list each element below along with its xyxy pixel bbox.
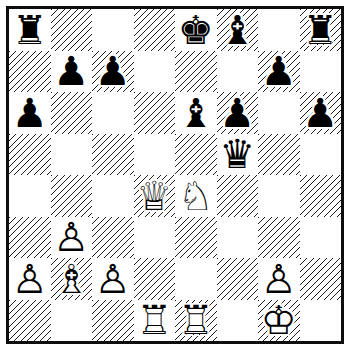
- black-pawn-c7: ♟♟: [92, 51, 134, 93]
- black-queen-f5: ♛♛: [217, 134, 259, 176]
- white-king-g1: ♚♔: [258, 300, 300, 342]
- square-g2: ♟♙: [258, 258, 300, 300]
- square-c4: [92, 175, 134, 217]
- square-b5: [51, 134, 93, 176]
- white-bishop-b2: ♝♗: [51, 258, 93, 300]
- white-pawn-b3: ♟♙: [51, 217, 93, 259]
- square-a6: ♟♟: [9, 92, 51, 134]
- square-h1: [300, 300, 342, 342]
- black-king-e8: ♚♚: [175, 9, 217, 51]
- square-a4: [9, 175, 51, 217]
- square-f7: [217, 51, 259, 93]
- piece-glyph: ♖: [175, 300, 217, 342]
- white-rook-e1: ♜♖: [175, 300, 217, 342]
- square-f4: [217, 175, 259, 217]
- square-d3: [134, 217, 176, 259]
- piece-glyph: ♟: [217, 92, 259, 134]
- square-a1: [9, 300, 51, 342]
- piece-glyph: ♟: [9, 92, 51, 134]
- square-a7: [9, 51, 51, 93]
- piece-glyph: ♘: [175, 175, 217, 217]
- square-a8: ♜♜: [9, 9, 51, 51]
- square-h4: [300, 175, 342, 217]
- square-d4: ♛♕: [134, 175, 176, 217]
- black-bishop-e6: ♝♝: [175, 92, 217, 134]
- square-b3: ♟♙: [51, 217, 93, 259]
- square-h6: ♟♟: [300, 92, 342, 134]
- square-e3: [175, 217, 217, 259]
- square-e5: [175, 134, 217, 176]
- square-b1: [51, 300, 93, 342]
- square-h3: [300, 217, 342, 259]
- square-a3: [9, 217, 51, 259]
- board-frame: ♜♜♚♚♝♝♜♜♟♟♟♟♟♟♟♟♝♝♟♟♟♟♛♛♛♕♞♘♟♙♟♙♝♗♟♙♟♙♜♖…: [6, 6, 344, 344]
- black-pawn-g7: ♟♟: [258, 51, 300, 93]
- square-a2: ♟♙: [9, 258, 51, 300]
- square-e2: [175, 258, 217, 300]
- square-c2: ♟♙: [92, 258, 134, 300]
- white-knight-e4: ♞♘: [175, 175, 217, 217]
- piece-glyph: ♕: [134, 175, 176, 217]
- black-pawn-f6: ♟♟: [217, 92, 259, 134]
- piece-glyph: ♙: [9, 258, 51, 300]
- square-e8: ♚♚: [175, 9, 217, 51]
- piece-glyph: ♟: [51, 51, 93, 93]
- square-b4: [51, 175, 93, 217]
- square-c7: ♟♟: [92, 51, 134, 93]
- square-h7: [300, 51, 342, 93]
- square-c1: [92, 300, 134, 342]
- black-pawn-a6: ♟♟: [9, 92, 51, 134]
- square-h5: [300, 134, 342, 176]
- square-f1: [217, 300, 259, 342]
- square-g6: [258, 92, 300, 134]
- square-h8: ♜♜: [300, 9, 342, 51]
- square-b2: ♝♗: [51, 258, 93, 300]
- square-e1: ♜♖: [175, 300, 217, 342]
- square-f8: ♝♝: [217, 9, 259, 51]
- black-rook-a8: ♜♜: [9, 9, 51, 51]
- piece-glyph: ♝: [217, 9, 259, 51]
- piece-glyph: ♜: [300, 9, 342, 51]
- square-g1: ♚♔: [258, 300, 300, 342]
- square-e7: [175, 51, 217, 93]
- square-g5: [258, 134, 300, 176]
- chess-diagram: ♜♜♚♚♝♝♜♜♟♟♟♟♟♟♟♟♝♝♟♟♟♟♛♛♛♕♞♘♟♙♟♙♝♗♟♙♟♙♜♖…: [0, 0, 350, 350]
- square-g4: [258, 175, 300, 217]
- piece-glyph: ♛: [217, 134, 259, 176]
- black-bishop-f8: ♝♝: [217, 9, 259, 51]
- square-e4: ♞♘: [175, 175, 217, 217]
- white-rook-d1: ♜♖: [134, 300, 176, 342]
- piece-glyph: ♖: [134, 300, 176, 342]
- square-g8: [258, 9, 300, 51]
- square-g3: [258, 217, 300, 259]
- square-d1: ♜♖: [134, 300, 176, 342]
- square-c5: [92, 134, 134, 176]
- black-rook-h8: ♜♜: [300, 9, 342, 51]
- piece-glyph: ♔: [258, 300, 300, 342]
- square-f6: ♟♟: [217, 92, 259, 134]
- piece-glyph: ♟: [300, 92, 342, 134]
- square-c3: [92, 217, 134, 259]
- white-queen-d4: ♛♕: [134, 175, 176, 217]
- piece-glyph: ♝: [175, 92, 217, 134]
- square-c6: [92, 92, 134, 134]
- piece-glyph: ♜: [9, 9, 51, 51]
- white-pawn-c2: ♟♙: [92, 258, 134, 300]
- piece-glyph: ♙: [258, 258, 300, 300]
- square-b8: [51, 9, 93, 51]
- square-d7: [134, 51, 176, 93]
- black-pawn-h6: ♟♟: [300, 92, 342, 134]
- square-d8: [134, 9, 176, 51]
- white-pawn-a2: ♟♙: [9, 258, 51, 300]
- square-f2: [217, 258, 259, 300]
- piece-glyph: ♙: [92, 258, 134, 300]
- square-d2: [134, 258, 176, 300]
- square-h2: [300, 258, 342, 300]
- piece-glyph: ♗: [51, 258, 93, 300]
- square-e6: ♝♝: [175, 92, 217, 134]
- piece-glyph: ♙: [51, 217, 93, 259]
- white-pawn-g2: ♟♙: [258, 258, 300, 300]
- square-f3: [217, 217, 259, 259]
- square-g7: ♟♟: [258, 51, 300, 93]
- black-pawn-b7: ♟♟: [51, 51, 93, 93]
- square-d5: [134, 134, 176, 176]
- piece-glyph: ♚: [175, 9, 217, 51]
- square-f5: ♛♛: [217, 134, 259, 176]
- square-d6: [134, 92, 176, 134]
- square-c8: [92, 9, 134, 51]
- piece-glyph: ♟: [92, 51, 134, 93]
- square-a5: [9, 134, 51, 176]
- square-b6: [51, 92, 93, 134]
- piece-glyph: ♟: [258, 51, 300, 93]
- chess-board: ♜♜♚♚♝♝♜♜♟♟♟♟♟♟♟♟♝♝♟♟♟♟♛♛♛♕♞♘♟♙♟♙♝♗♟♙♟♙♜♖…: [9, 9, 341, 341]
- square-b7: ♟♟: [51, 51, 93, 93]
